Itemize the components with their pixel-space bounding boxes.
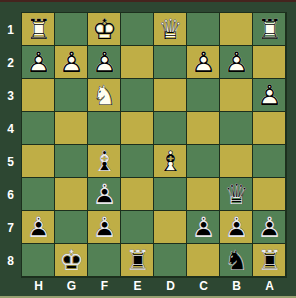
piece-white-bishop[interactable]: ♝♗	[154, 145, 187, 178]
square-h2[interactable]: ♟♙	[22, 46, 55, 79]
file-label: C	[187, 277, 220, 295]
file-label: D	[154, 277, 187, 295]
square-e7[interactable]	[121, 211, 154, 244]
square-a4[interactable]	[253, 112, 286, 145]
square-e4[interactable]	[121, 112, 154, 145]
square-b8[interactable]: ♞♘	[220, 244, 253, 277]
piece-white-pawn[interactable]: ♟♙	[187, 46, 220, 79]
square-g8[interactable]: ♚♔	[55, 244, 88, 277]
square-a2[interactable]	[253, 46, 286, 79]
square-b7[interactable]: ♟♙	[220, 211, 253, 244]
square-g6[interactable]	[55, 178, 88, 211]
rank-label: 7	[0, 211, 21, 244]
piece-outline-glyph: ♙	[187, 211, 220, 244]
square-c7[interactable]: ♟♙	[187, 211, 220, 244]
piece-white-pawn[interactable]: ♟♙	[55, 46, 88, 79]
square-b2[interactable]: ♟♙	[220, 46, 253, 79]
rank-label: 6	[0, 178, 21, 211]
window-top-edge	[0, 0, 296, 2]
square-b5[interactable]	[220, 145, 253, 178]
piece-outline-glyph: ♙	[253, 211, 286, 244]
square-d2[interactable]	[154, 46, 187, 79]
square-g4[interactable]	[55, 112, 88, 145]
piece-outline-glyph: ♙	[88, 211, 121, 244]
piece-outline-glyph: ♕	[154, 13, 187, 46]
square-g3[interactable]	[55, 79, 88, 112]
square-c4[interactable]	[187, 112, 220, 145]
square-c1[interactable]	[187, 13, 220, 46]
piece-black-pawn[interactable]: ♟♙	[22, 211, 55, 244]
piece-black-pawn[interactable]: ♟♙	[253, 211, 286, 244]
square-f1[interactable]: ♚♔	[88, 13, 121, 46]
piece-white-queen[interactable]: ♛♕	[154, 13, 187, 46]
piece-outline-glyph: ♘	[220, 244, 253, 277]
chess-board-window: 12345678 ♜♖♚♔♛♕♜♖♟♙♟♙♟♙♟♙♟♙♞♘♟♙♝♗♝♗♟♙♛♕♟…	[0, 0, 296, 298]
square-d4[interactable]	[154, 112, 187, 145]
piece-outline-glyph: ♙	[22, 46, 55, 79]
rank-label: 8	[0, 244, 21, 277]
square-g1[interactable]	[55, 13, 88, 46]
square-d7[interactable]	[154, 211, 187, 244]
rank-label: 2	[0, 46, 21, 79]
piece-black-pawn[interactable]: ♟♙	[220, 211, 253, 244]
piece-outline-glyph: ♖	[22, 13, 55, 46]
square-e5[interactable]	[121, 145, 154, 178]
square-c8[interactable]	[187, 244, 220, 277]
rank-labels: 12345678	[0, 13, 21, 277]
piece-outline-glyph: ♖	[121, 244, 154, 277]
square-h3[interactable]	[22, 79, 55, 112]
piece-black-bishop[interactable]: ♝♗	[88, 145, 121, 178]
square-c6[interactable]	[187, 178, 220, 211]
square-c3[interactable]	[187, 79, 220, 112]
square-d5[interactable]: ♝♗	[154, 145, 187, 178]
square-a3[interactable]: ♟♙	[253, 79, 286, 112]
square-g7[interactable]	[55, 211, 88, 244]
piece-white-pawn[interactable]: ♟♙	[253, 79, 286, 112]
piece-outline-glyph: ♗	[154, 145, 187, 178]
square-b1[interactable]	[220, 13, 253, 46]
piece-outline-glyph: ♕	[220, 178, 253, 211]
rank-label: 4	[0, 112, 21, 145]
square-d6[interactable]	[154, 178, 187, 211]
square-g2[interactable]: ♟♙	[55, 46, 88, 79]
square-a6[interactable]	[253, 178, 286, 211]
piece-outline-glyph: ♖	[253, 13, 286, 46]
piece-outline-glyph: ♙	[253, 79, 286, 112]
piece-outline-glyph: ♙	[55, 46, 88, 79]
piece-black-rook[interactable]: ♜♖	[253, 244, 286, 277]
square-f7[interactable]: ♟♙	[88, 211, 121, 244]
file-label: A	[253, 277, 286, 295]
square-d8[interactable]	[154, 244, 187, 277]
piece-outline-glyph: ♔	[55, 244, 88, 277]
piece-black-pawn[interactable]: ♟♙	[88, 178, 121, 211]
piece-black-knight[interactable]: ♞♘	[220, 244, 253, 277]
square-a1[interactable]: ♜♖	[253, 13, 286, 46]
piece-black-rook[interactable]: ♜♖	[121, 244, 154, 277]
square-d3[interactable]	[154, 79, 187, 112]
piece-outline-glyph: ♙	[220, 46, 253, 79]
piece-black-pawn[interactable]: ♟♙	[88, 211, 121, 244]
piece-outline-glyph: ♙	[187, 46, 220, 79]
piece-outline-glyph: ♘	[88, 79, 121, 112]
square-h6[interactable]	[22, 178, 55, 211]
square-h1[interactable]: ♜♖	[22, 13, 55, 46]
piece-outline-glyph: ♗	[88, 145, 121, 178]
square-f8[interactable]	[88, 244, 121, 277]
square-f5[interactable]: ♝♗	[88, 145, 121, 178]
piece-outline-glyph: ♙	[22, 211, 55, 244]
square-f4[interactable]	[88, 112, 121, 145]
square-d1[interactable]: ♛♕	[154, 13, 187, 46]
rank-label: 3	[0, 79, 21, 112]
square-a8[interactable]: ♜♖	[253, 244, 286, 277]
rank-label: 5	[0, 145, 21, 178]
file-label: H	[22, 277, 55, 295]
piece-white-king[interactable]: ♚♔	[88, 13, 121, 46]
square-e8[interactable]: ♜♖	[121, 244, 154, 277]
square-b6[interactable]: ♛♕	[220, 178, 253, 211]
file-label: F	[88, 277, 121, 295]
square-e1[interactable]	[121, 13, 154, 46]
piece-white-pawn[interactable]: ♟♙	[220, 46, 253, 79]
piece-outline-glyph: ♖	[253, 244, 286, 277]
square-c5[interactable]	[187, 145, 220, 178]
square-e3[interactable]	[121, 79, 154, 112]
square-h5[interactable]	[22, 145, 55, 178]
square-a5[interactable]	[253, 145, 286, 178]
file-label: B	[220, 277, 253, 295]
square-f6[interactable]: ♟♙	[88, 178, 121, 211]
square-f3[interactable]: ♞♘	[88, 79, 121, 112]
square-b3[interactable]	[220, 79, 253, 112]
piece-white-pawn[interactable]: ♟♙	[22, 46, 55, 79]
chess-board[interactable]: ♜♖♚♔♛♕♜♖♟♙♟♙♟♙♟♙♟♙♞♘♟♙♝♗♝♗♟♙♛♕♟♙♟♙♟♙♟♙♟♙…	[21, 12, 287, 278]
square-e6[interactable]	[121, 178, 154, 211]
square-e2[interactable]	[121, 46, 154, 79]
square-h7[interactable]: ♟♙	[22, 211, 55, 244]
piece-white-knight[interactable]: ♞♘	[88, 79, 121, 112]
square-a7[interactable]: ♟♙	[253, 211, 286, 244]
square-c2[interactable]: ♟♙	[187, 46, 220, 79]
piece-outline-glyph: ♙	[88, 46, 121, 79]
rank-label: 1	[0, 13, 21, 46]
file-labels: HGFEDCBA	[22, 277, 286, 295]
piece-white-pawn[interactable]: ♟♙	[88, 46, 121, 79]
square-g5[interactable]	[55, 145, 88, 178]
piece-white-rook[interactable]: ♜♖	[253, 13, 286, 46]
square-f2[interactable]: ♟♙	[88, 46, 121, 79]
piece-black-queen[interactable]: ♛♕	[220, 178, 253, 211]
square-b4[interactable]	[220, 112, 253, 145]
piece-black-king[interactable]: ♚♔	[55, 244, 88, 277]
piece-black-pawn[interactable]: ♟♙	[187, 211, 220, 244]
file-label: E	[121, 277, 154, 295]
piece-white-rook[interactable]: ♜♖	[22, 13, 55, 46]
piece-outline-glyph: ♙	[220, 211, 253, 244]
file-label: G	[55, 277, 88, 295]
piece-outline-glyph: ♔	[88, 13, 121, 46]
square-h4[interactable]	[22, 112, 55, 145]
piece-outline-glyph: ♙	[88, 178, 121, 211]
square-h8[interactable]	[22, 244, 55, 277]
